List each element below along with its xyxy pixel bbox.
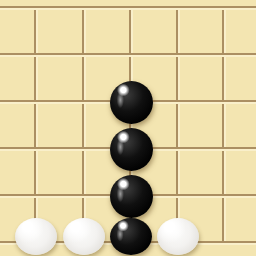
- game-board[interactable]: [0, 0, 256, 256]
- black-stone: [110, 81, 153, 124]
- grid-line-bevel: [224, 6, 226, 244]
- black-stone: [110, 175, 153, 218]
- grid-horizontal-line-2: [0, 53, 256, 55]
- grid-line-bevel: [0, 55, 256, 57]
- grid-vertical-line-1: [34, 6, 36, 244]
- black-stone: [110, 218, 152, 255]
- black-stone: [110, 128, 153, 171]
- grid-line-bevel: [36, 6, 38, 244]
- grid-vertical-line-5: [222, 6, 224, 244]
- grid-horizontal-line-1: [0, 6, 256, 8]
- grid-line-bevel: [0, 8, 256, 10]
- grid-line-bevel: [178, 6, 180, 244]
- grid-vertical-line-4: [176, 6, 178, 244]
- grid-line-bevel: [84, 6, 86, 244]
- white-stone: [157, 218, 199, 255]
- white-stone: [63, 218, 105, 255]
- grid-vertical-line-2: [82, 6, 84, 244]
- white-stone: [15, 218, 57, 255]
